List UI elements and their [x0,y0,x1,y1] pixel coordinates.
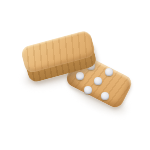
domino-pip-6 [101,92,109,100]
domino-pip-5 [84,86,92,94]
domino-pip-2 [105,68,113,76]
domino-product-photo [0,0,150,150]
